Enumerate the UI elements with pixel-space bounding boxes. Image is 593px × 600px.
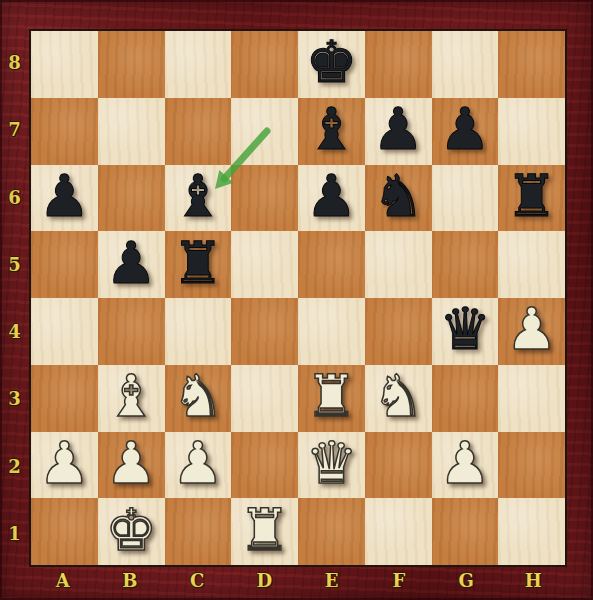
rank-label-3: 3	[0, 365, 29, 432]
square-c4[interactable]	[165, 298, 232, 365]
rank-label-8: 8	[0, 29, 29, 96]
square-c7[interactable]	[165, 98, 232, 165]
square-h5[interactable]	[498, 231, 565, 298]
square-d5[interactable]	[231, 231, 298, 298]
piece-white-knight[interactable]: ♞	[372, 367, 424, 425]
piece-black-pawn[interactable]: ♟	[305, 167, 357, 225]
rank-label-5: 5	[0, 231, 29, 298]
square-c2[interactable]: ♟	[165, 432, 232, 499]
file-label-b: B	[96, 565, 163, 598]
square-d2[interactable]	[231, 432, 298, 499]
square-e6[interactable]: ♟	[298, 165, 365, 232]
piece-black-pawn[interactable]: ♟	[372, 100, 424, 158]
square-d3[interactable]	[231, 365, 298, 432]
square-e3[interactable]: ♜	[298, 365, 365, 432]
file-label-d: D	[231, 565, 298, 598]
piece-white-pawn[interactable]: ♟	[439, 434, 491, 492]
square-e7[interactable]: ♝	[298, 98, 365, 165]
piece-white-knight[interactable]: ♞	[172, 367, 224, 425]
piece-white-pawn[interactable]: ♟	[105, 434, 157, 492]
rank-label-7: 7	[0, 96, 29, 163]
square-a8[interactable]	[31, 31, 98, 98]
square-c8[interactable]	[165, 31, 232, 98]
piece-white-pawn[interactable]: ♟	[38, 434, 90, 492]
piece-black-king[interactable]: ♚	[305, 33, 357, 91]
rank-labels: 87654321	[0, 29, 29, 567]
square-b7[interactable]	[98, 98, 165, 165]
square-b3[interactable]: ♝	[98, 365, 165, 432]
square-g4[interactable]: ♛	[432, 298, 499, 365]
square-f6[interactable]: ♞	[365, 165, 432, 232]
square-f8[interactable]	[365, 31, 432, 98]
square-b1[interactable]: ♚	[98, 498, 165, 565]
piece-black-bishop[interactable]: ♝	[305, 100, 357, 158]
rank-label-4: 4	[0, 298, 29, 365]
square-a7[interactable]	[31, 98, 98, 165]
square-c5[interactable]: ♜	[165, 231, 232, 298]
board: ♚♝♟♟♟♝♟♞♜♟♜♛♟♝♞♜♞♟♟♟♛♟♚♜	[29, 29, 567, 567]
square-g7[interactable]: ♟	[432, 98, 499, 165]
file-label-g: G	[433, 565, 500, 598]
square-g3[interactable]	[432, 365, 499, 432]
piece-white-pawn[interactable]: ♟	[506, 300, 558, 358]
board-frame: 87654321 ♚♝♟♟♟♝♟♞♜♟♜♛♟♝♞♜♞♟♟♟♛♟♚♜ ABCDEF…	[0, 0, 593, 600]
square-f1[interactable]	[365, 498, 432, 565]
square-e2[interactable]: ♛	[298, 432, 365, 499]
square-e5[interactable]	[298, 231, 365, 298]
file-labels: ABCDEFGH	[29, 565, 567, 598]
square-e1[interactable]	[298, 498, 365, 565]
square-g6[interactable]	[432, 165, 499, 232]
square-g1[interactable]	[432, 498, 499, 565]
square-d4[interactable]	[231, 298, 298, 365]
piece-black-queen[interactable]: ♛	[439, 300, 491, 358]
square-c6[interactable]: ♝	[165, 165, 232, 232]
square-c3[interactable]: ♞	[165, 365, 232, 432]
square-d1[interactable]: ♜	[231, 498, 298, 565]
piece-black-rook[interactable]: ♜	[172, 234, 224, 292]
square-g8[interactable]	[432, 31, 499, 98]
square-b2[interactable]: ♟	[98, 432, 165, 499]
square-f7[interactable]: ♟	[365, 98, 432, 165]
file-label-e: E	[298, 565, 365, 598]
square-a1[interactable]	[31, 498, 98, 565]
square-e8[interactable]: ♚	[298, 31, 365, 98]
piece-black-bishop[interactable]: ♝	[172, 167, 224, 225]
file-label-f: F	[365, 565, 432, 598]
square-a4[interactable]	[31, 298, 98, 365]
square-h8[interactable]	[498, 31, 565, 98]
square-h1[interactable]	[498, 498, 565, 565]
file-label-c: C	[164, 565, 231, 598]
rank-label-6: 6	[0, 164, 29, 231]
square-c1[interactable]	[165, 498, 232, 565]
piece-black-pawn[interactable]: ♟	[38, 167, 90, 225]
square-e4[interactable]	[298, 298, 365, 365]
square-h6[interactable]: ♜	[498, 165, 565, 232]
square-h4[interactable]: ♟	[498, 298, 565, 365]
square-b5[interactable]: ♟	[98, 231, 165, 298]
file-label-a: A	[29, 565, 96, 598]
square-g2[interactable]: ♟	[432, 432, 499, 499]
piece-white-pawn[interactable]: ♟	[172, 434, 224, 492]
square-d7[interactable]	[231, 98, 298, 165]
square-f4[interactable]	[365, 298, 432, 365]
piece-white-rook[interactable]: ♜	[239, 501, 291, 559]
piece-white-queen[interactable]: ♛	[305, 434, 357, 492]
piece-white-king[interactable]: ♚	[105, 501, 157, 559]
square-d8[interactable]	[231, 31, 298, 98]
square-a5[interactable]	[31, 231, 98, 298]
rank-label-1: 1	[0, 500, 29, 567]
piece-black-pawn[interactable]: ♟	[105, 234, 157, 292]
square-a3[interactable]	[31, 365, 98, 432]
file-label-h: H	[500, 565, 567, 598]
piece-white-rook[interactable]: ♜	[305, 367, 357, 425]
square-h3[interactable]	[498, 365, 565, 432]
square-f5[interactable]	[365, 231, 432, 298]
square-h7[interactable]	[498, 98, 565, 165]
square-a6[interactable]: ♟	[31, 165, 98, 232]
square-d6[interactable]	[231, 165, 298, 232]
square-f3[interactable]: ♞	[365, 365, 432, 432]
piece-white-bishop[interactable]: ♝	[105, 367, 157, 425]
piece-black-pawn[interactable]: ♟	[439, 100, 491, 158]
square-a2[interactable]: ♟	[31, 432, 98, 499]
piece-black-knight[interactable]: ♞	[372, 167, 424, 225]
square-g5[interactable]	[432, 231, 499, 298]
square-b8[interactable]	[98, 31, 165, 98]
square-h2[interactable]	[498, 432, 565, 499]
square-f2[interactable]	[365, 432, 432, 499]
square-b4[interactable]	[98, 298, 165, 365]
square-b6[interactable]	[98, 165, 165, 232]
rank-label-2: 2	[0, 433, 29, 500]
piece-black-rook[interactable]: ♜	[506, 167, 558, 225]
